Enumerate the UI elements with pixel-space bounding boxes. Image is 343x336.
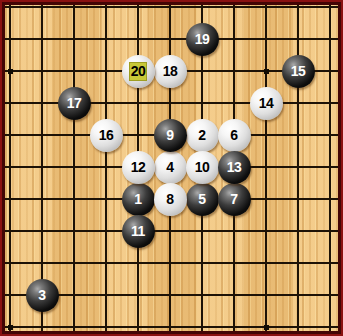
move-number: 10 <box>195 160 210 174</box>
stone-14-white: 14 <box>250 87 283 120</box>
move-number: 13 <box>227 160 242 174</box>
go-diagram-frame: 1234567891011121314151617181920 <box>0 0 343 336</box>
stone-9-black: 9 <box>154 119 187 152</box>
stone-8-white: 8 <box>154 183 187 216</box>
stone-4-white: 4 <box>154 151 187 184</box>
move-number: 2 <box>198 128 205 142</box>
board-inner-frame: 1234567891011121314151617181920 <box>2 2 341 334</box>
move-number: 14 <box>259 96 274 110</box>
move-number: 9 <box>166 128 173 142</box>
stone-5-black: 5 <box>186 183 219 216</box>
star-point <box>8 325 13 330</box>
move-number: 12 <box>131 160 146 174</box>
move-number: 11 <box>131 224 145 238</box>
stone-15-black: 15 <box>282 55 315 88</box>
grid-hline <box>5 326 338 328</box>
stone-13-black: 13 <box>218 151 251 184</box>
stone-11-black: 11 <box>122 215 155 248</box>
move-number: 19 <box>195 32 210 46</box>
stone-12-white: 12 <box>122 151 155 184</box>
stone-6-white: 6 <box>218 119 251 152</box>
stone-17-black: 17 <box>58 87 91 120</box>
move-number: 8 <box>166 192 173 206</box>
stone-19-black: 19 <box>186 23 219 56</box>
move-number: 6 <box>230 128 237 142</box>
stone-1-black: 1 <box>122 183 155 216</box>
star-point <box>264 325 269 330</box>
stone-7-black: 7 <box>218 183 251 216</box>
stone-10-white: 10 <box>186 151 219 184</box>
stone-16-white: 16 <box>90 119 123 152</box>
move-number: 4 <box>166 160 173 174</box>
move-number: 5 <box>198 192 205 206</box>
move-number: 16 <box>99 128 114 142</box>
stone-2-white: 2 <box>186 119 219 152</box>
stone-20-white: 20 <box>122 55 155 88</box>
move-number: 15 <box>291 64 306 78</box>
move-number: 3 <box>38 288 45 302</box>
stone-18-white: 18 <box>154 55 187 88</box>
go-board[interactable]: 1234567891011121314151617181920 <box>5 5 338 331</box>
move-number-last-move: 20 <box>129 62 148 81</box>
stones-layer: 1234567891011121314151617181920 <box>5 5 338 311</box>
move-number: 1 <box>134 192 141 206</box>
stone-3-black: 3 <box>26 279 59 312</box>
move-number: 18 <box>163 64 178 78</box>
move-number: 7 <box>230 192 237 206</box>
move-number: 17 <box>67 96 82 110</box>
